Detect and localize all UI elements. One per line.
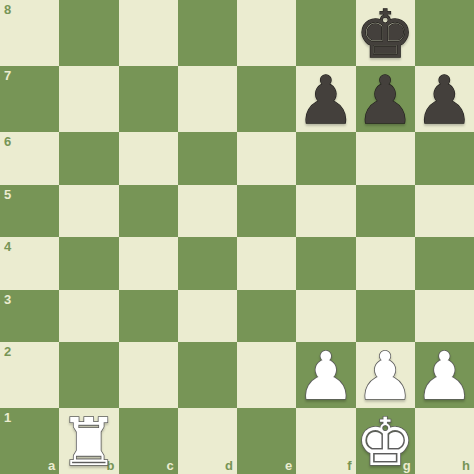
square-g7[interactable]: ♟ <box>356 66 415 132</box>
square-f1[interactable]: f <box>296 408 355 474</box>
rank-label-6: 6 <box>4 135 11 148</box>
square-a4[interactable]: 4 <box>0 237 59 290</box>
square-d7[interactable] <box>178 66 237 132</box>
rank-label-3: 3 <box>4 293 11 306</box>
square-d4[interactable] <box>178 237 237 290</box>
rank-label-4: 4 <box>4 240 11 253</box>
rank-label-7: 7 <box>4 69 11 82</box>
square-a7[interactable]: 7 <box>0 66 59 132</box>
file-label-d: d <box>225 459 233 472</box>
rank-label-8: 8 <box>4 3 11 16</box>
square-h1[interactable]: h <box>415 408 474 474</box>
black-pawn[interactable]: ♟ <box>356 68 415 134</box>
square-c2[interactable] <box>119 342 178 408</box>
square-a6[interactable]: 6 <box>0 132 59 185</box>
square-e8[interactable] <box>237 0 296 66</box>
square-c5[interactable] <box>119 185 178 238</box>
square-g8[interactable]: ♚ <box>356 0 415 66</box>
square-a8[interactable]: 8 <box>0 0 59 66</box>
square-h5[interactable] <box>415 185 474 238</box>
square-d2[interactable] <box>178 342 237 408</box>
square-g1[interactable]: g♚ <box>356 408 415 474</box>
file-label-e: e <box>285 459 292 472</box>
square-d3[interactable] <box>178 290 237 343</box>
square-b3[interactable] <box>59 290 118 343</box>
square-b1[interactable]: b♜ <box>59 408 118 474</box>
square-d8[interactable] <box>178 0 237 66</box>
white-pawn[interactable]: ♟ <box>356 344 415 410</box>
square-e4[interactable] <box>237 237 296 290</box>
square-c6[interactable] <box>119 132 178 185</box>
square-b8[interactable] <box>59 0 118 66</box>
square-c7[interactable] <box>119 66 178 132</box>
square-e3[interactable] <box>237 290 296 343</box>
file-label-a: a <box>48 459 55 472</box>
square-h7[interactable]: ♟ <box>415 66 474 132</box>
square-f8[interactable] <box>296 0 355 66</box>
white-king[interactable]: ♚ <box>356 410 415 474</box>
square-h6[interactable] <box>415 132 474 185</box>
square-f5[interactable] <box>296 185 355 238</box>
rank-label-2: 2 <box>4 345 11 358</box>
square-b7[interactable] <box>59 66 118 132</box>
square-f2[interactable]: ♟ <box>296 342 355 408</box>
square-g3[interactable] <box>356 290 415 343</box>
square-f7[interactable]: ♟ <box>296 66 355 132</box>
square-c3[interactable] <box>119 290 178 343</box>
square-e1[interactable]: e <box>237 408 296 474</box>
square-c1[interactable]: c <box>119 408 178 474</box>
black-pawn[interactable]: ♟ <box>296 68 355 134</box>
square-a1[interactable]: 1a <box>0 408 59 474</box>
square-c8[interactable] <box>119 0 178 66</box>
rank-label-1: 1 <box>4 411 11 424</box>
square-a2[interactable]: 2 <box>0 342 59 408</box>
square-d5[interactable] <box>178 185 237 238</box>
file-label-c: c <box>167 459 174 472</box>
square-e7[interactable] <box>237 66 296 132</box>
square-f6[interactable] <box>296 132 355 185</box>
square-h4[interactable] <box>415 237 474 290</box>
file-label-h: h <box>462 459 470 472</box>
square-a3[interactable]: 3 <box>0 290 59 343</box>
square-d6[interactable] <box>178 132 237 185</box>
square-h3[interactable] <box>415 290 474 343</box>
square-a5[interactable]: 5 <box>0 185 59 238</box>
black-king[interactable]: ♚ <box>356 2 415 68</box>
chess-board: 8♚7♟♟♟65432♟♟♟1ab♜cdefg♚h <box>0 0 474 474</box>
square-g5[interactable] <box>356 185 415 238</box>
square-h2[interactable]: ♟ <box>415 342 474 408</box>
square-g2[interactable]: ♟ <box>356 342 415 408</box>
square-f3[interactable] <box>296 290 355 343</box>
black-pawn[interactable]: ♟ <box>415 68 474 134</box>
square-g6[interactable] <box>356 132 415 185</box>
square-b6[interactable] <box>59 132 118 185</box>
square-d1[interactable]: d <box>178 408 237 474</box>
square-g4[interactable] <box>356 237 415 290</box>
square-e5[interactable] <box>237 185 296 238</box>
square-f4[interactable] <box>296 237 355 290</box>
square-b5[interactable] <box>59 185 118 238</box>
white-pawn[interactable]: ♟ <box>296 344 355 410</box>
square-e6[interactable] <box>237 132 296 185</box>
square-h8[interactable] <box>415 0 474 66</box>
white-rook[interactable]: ♜ <box>59 410 118 474</box>
file-label-f: f <box>347 459 351 472</box>
square-b2[interactable] <box>59 342 118 408</box>
square-e2[interactable] <box>237 342 296 408</box>
white-pawn[interactable]: ♟ <box>415 344 474 410</box>
rank-label-5: 5 <box>4 188 11 201</box>
square-c4[interactable] <box>119 237 178 290</box>
square-b4[interactable] <box>59 237 118 290</box>
